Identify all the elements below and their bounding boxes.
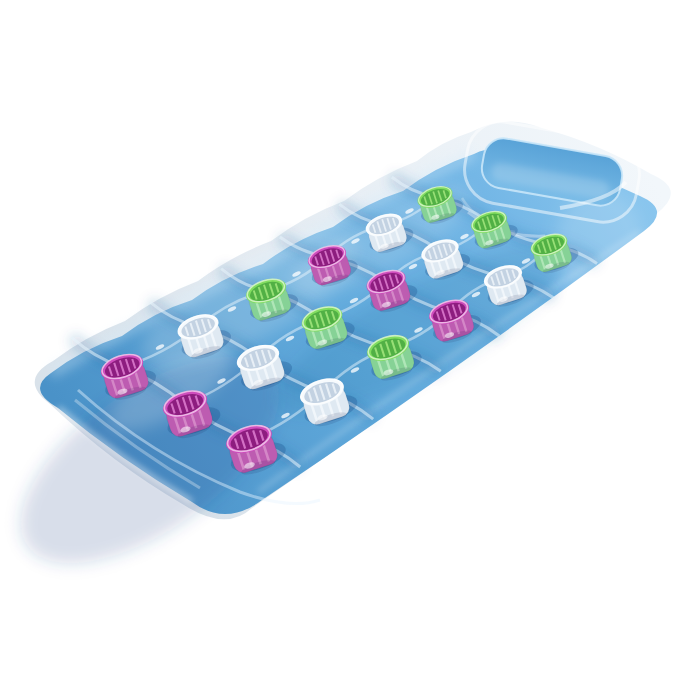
product-photo	[0, 0, 700, 700]
pool-float-photo	[0, 0, 700, 700]
